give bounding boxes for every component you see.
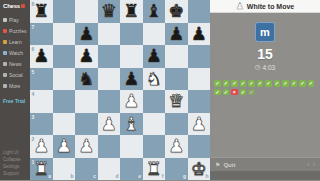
square-b6[interactable] bbox=[53, 45, 76, 68]
sidebar-item-free-trial[interactable]: Free Trial bbox=[3, 98, 28, 104]
white-king[interactable]: ♚ bbox=[188, 158, 211, 181]
black-pawn[interactable]: ♟ bbox=[75, 45, 98, 68]
square-h5[interactable] bbox=[188, 68, 211, 91]
square-a2[interactable]: 2♟ bbox=[30, 135, 53, 158]
result-correct-icon: ✓ bbox=[240, 89, 247, 96]
square-b4[interactable] bbox=[53, 90, 76, 113]
square-a1[interactable]: 1a♜ bbox=[30, 158, 53, 181]
white-pawn[interactable]: ♟ bbox=[98, 113, 121, 136]
sidebar-item-label: Watch bbox=[9, 50, 23, 56]
square-h7[interactable]: ♟ bbox=[188, 23, 211, 46]
sidebar-item-watch[interactable]: Watch bbox=[3, 49, 28, 56]
results-row-2: ✓✓×✓✓ bbox=[214, 89, 316, 96]
result-correct-icon: ✓ bbox=[265, 80, 272, 87]
square-d3[interactable]: ♟ bbox=[98, 113, 121, 136]
square-g4[interactable]: ♛ bbox=[165, 90, 188, 113]
black-pawn[interactable]: ♟ bbox=[75, 23, 98, 46]
flag-icon: ⚑ bbox=[215, 161, 220, 168]
sidebar-item-learn[interactable]: Learn bbox=[3, 38, 28, 45]
black-pawn[interactable]: ♟ bbox=[120, 68, 143, 91]
chesscom-logo[interactable]: Chess bbox=[3, 3, 28, 9]
white-bishop[interactable]: ♝ bbox=[120, 113, 143, 136]
result-correct-icon: ✓ bbox=[274, 80, 281, 87]
puzzles-icon bbox=[3, 29, 7, 33]
black-rook[interactable]: ♜ bbox=[30, 0, 53, 23]
panel-bottom-strip bbox=[210, 171, 320, 180]
square-h2[interactable] bbox=[188, 135, 211, 158]
square-e2[interactable] bbox=[120, 135, 143, 158]
white-pawn[interactable]: ♟ bbox=[188, 113, 211, 136]
square-b5[interactable] bbox=[53, 68, 76, 91]
black-pawn[interactable]: ♟ bbox=[143, 45, 166, 68]
square-e1[interactable]: e bbox=[120, 158, 143, 181]
square-g6[interactable] bbox=[165, 45, 188, 68]
square-e8[interactable]: ♜ bbox=[120, 0, 143, 23]
square-e3[interactable]: ♝ bbox=[120, 113, 143, 136]
square-c4[interactable] bbox=[75, 90, 98, 113]
sidebar-footer: Light UICollapseSettingsSupport bbox=[3, 150, 28, 176]
sidebar-footer-item-support[interactable]: Support bbox=[3, 171, 28, 176]
square-a3[interactable]: 3 bbox=[30, 113, 53, 136]
square-a4[interactable]: 4 bbox=[30, 90, 53, 113]
file-label-g: g bbox=[183, 173, 186, 179]
square-b3[interactable] bbox=[53, 113, 76, 136]
square-g3[interactable] bbox=[165, 113, 188, 136]
result-correct-icon: ✓ bbox=[214, 89, 221, 96]
square-a7[interactable]: 7 bbox=[30, 23, 53, 46]
sidebar-item-label: Social bbox=[9, 72, 23, 78]
rank-label-7: 7 bbox=[32, 24, 35, 30]
square-f7[interactable] bbox=[143, 23, 166, 46]
learn-icon bbox=[3, 40, 7, 44]
news-icon bbox=[3, 62, 7, 66]
black-bishop[interactable]: ♝ bbox=[143, 0, 166, 23]
panel-footer: ⚑ Quit ‹ › bbox=[210, 157, 320, 171]
square-e6[interactable] bbox=[120, 45, 143, 68]
result-correct-icon: ✓ bbox=[240, 80, 247, 87]
result-correct-icon: ✓ bbox=[214, 80, 221, 87]
square-e5[interactable]: ♟ bbox=[120, 68, 143, 91]
square-c6[interactable]: ♟ bbox=[75, 45, 98, 68]
sidebar-item-puzzles[interactable]: Puzzles bbox=[3, 27, 28, 34]
square-e4[interactable]: ♟ bbox=[120, 90, 143, 113]
file-label-e: e bbox=[138, 173, 141, 179]
white-pawn[interactable]: ♟ bbox=[30, 135, 53, 158]
results-grid: ✓✓✓✓✓✓✓✓✓✓✓✓ ✓✓×✓✓ bbox=[214, 80, 316, 95]
rank-label-4: 4 bbox=[32, 91, 35, 97]
white-pawn[interactable]: ♟ bbox=[120, 90, 143, 113]
sidebar-item-label: Puzzles bbox=[9, 28, 27, 34]
logo-text: Chess bbox=[3, 3, 20, 9]
square-f4[interactable] bbox=[143, 90, 166, 113]
result-correct-icon: ✓ bbox=[291, 80, 298, 87]
square-f5[interactable]: ♞ bbox=[143, 68, 166, 91]
sidebar-item-label: News bbox=[9, 61, 22, 67]
social-icon bbox=[3, 73, 7, 77]
sidebar-item-play[interactable]: Play bbox=[3, 16, 28, 23]
square-d6[interactable] bbox=[98, 45, 121, 68]
clock-icon: ◷ bbox=[255, 63, 261, 71]
square-d2[interactable] bbox=[98, 135, 121, 158]
sidebar-item-label: Learn bbox=[9, 39, 22, 45]
sidebar-footer-item-collapse[interactable]: Collapse bbox=[3, 157, 28, 162]
square-c3[interactable] bbox=[75, 113, 98, 136]
sidebar: Chess PlayPuzzlesLearnWatchNewsSocialMor… bbox=[0, 0, 30, 180]
white-pawn[interactable]: ♟ bbox=[75, 135, 98, 158]
results-row-1: ✓✓✓✓✓✓✓✓✓✓✓✓ bbox=[214, 80, 316, 87]
result-incorrect-icon: × bbox=[231, 89, 238, 96]
square-b2[interactable]: ♟ bbox=[53, 135, 76, 158]
sidebar-item-label: Play bbox=[9, 17, 19, 23]
white-pawn-icon: ♟ bbox=[236, 2, 244, 11]
square-g8[interactable]: ♚ bbox=[165, 0, 188, 23]
sidebar-item-news[interactable]: News bbox=[3, 60, 28, 67]
square-g7[interactable]: ♟ bbox=[165, 23, 188, 46]
move-indicator-bar: ♟ White to Move bbox=[210, 0, 320, 13]
square-d4[interactable] bbox=[98, 90, 121, 113]
square-h4[interactable] bbox=[188, 90, 211, 113]
more-icon bbox=[3, 84, 7, 88]
square-d7[interactable] bbox=[98, 23, 121, 46]
file-label-b: b bbox=[70, 173, 73, 179]
avatar[interactable]: m bbox=[255, 22, 275, 42]
sidebar-menu: PlayPuzzlesLearnWatchNewsSocialMore bbox=[3, 16, 28, 89]
square-g2[interactable]: ♟ bbox=[165, 135, 188, 158]
square-b1[interactable]: b bbox=[53, 158, 76, 181]
chess-board[interactable]: 8♜♛♜♝♚7♟♟♟6♟♟♟5♞♟♞4♟♛3♟♝♟2♟♟♟♟1a♜bcdef♜g… bbox=[30, 0, 210, 180]
square-c1[interactable]: c bbox=[75, 158, 98, 181]
sidebar-item-more[interactable]: More bbox=[3, 82, 28, 89]
black-queen[interactable]: ♛ bbox=[98, 0, 121, 23]
black-pawn[interactable]: ♟ bbox=[165, 23, 188, 46]
quit-button[interactable]: Quit bbox=[223, 162, 235, 168]
square-c7[interactable]: ♟ bbox=[75, 23, 98, 46]
file-label-d: d bbox=[115, 173, 118, 179]
square-a8[interactable]: 8♜ bbox=[30, 0, 53, 23]
play-icon bbox=[3, 18, 7, 22]
panel-main: m 15 ◷ 4:03 ✓✓✓✓✓✓✓✓✓✓✓✓ ✓✓×✓✓ bbox=[210, 13, 320, 157]
white-knight[interactable]: ♞ bbox=[143, 68, 166, 91]
result-correct-icon: ✓ bbox=[257, 80, 264, 87]
square-h8[interactable] bbox=[188, 0, 211, 23]
result-correct-icon: ✓ bbox=[308, 80, 315, 87]
black-knight[interactable]: ♞ bbox=[75, 68, 98, 91]
white-pawn[interactable]: ♟ bbox=[53, 135, 76, 158]
square-f2[interactable] bbox=[143, 135, 166, 158]
side-to-move-label: White to Move bbox=[247, 3, 294, 10]
square-b7[interactable] bbox=[53, 23, 76, 46]
result-correct-icon: ✓ bbox=[299, 80, 306, 87]
square-d8[interactable]: ♛ bbox=[98, 0, 121, 23]
result-correct-icon: ✓ bbox=[248, 80, 255, 87]
square-c8[interactable] bbox=[75, 0, 98, 23]
square-c5[interactable]: ♞ bbox=[75, 68, 98, 91]
result-correct-icon: ✓ bbox=[248, 89, 255, 96]
square-f6[interactable]: ♟ bbox=[143, 45, 166, 68]
square-f3[interactable] bbox=[143, 113, 166, 136]
white-rook[interactable]: ♜ bbox=[30, 158, 53, 181]
sidebar-footer-item-settings[interactable]: Settings bbox=[3, 164, 28, 169]
square-f1[interactable]: f♜ bbox=[143, 158, 166, 181]
square-a6[interactable]: 6♟ bbox=[30, 45, 53, 68]
square-d1[interactable]: d bbox=[98, 158, 121, 181]
result-correct-icon: ✓ bbox=[223, 80, 230, 87]
square-h6[interactable] bbox=[188, 45, 211, 68]
black-king[interactable]: ♚ bbox=[165, 0, 188, 23]
square-e7[interactable] bbox=[120, 23, 143, 46]
square-f8[interactable]: ♝ bbox=[143, 0, 166, 23]
white-queen[interactable]: ♛ bbox=[165, 90, 188, 113]
square-d5[interactable] bbox=[98, 68, 121, 91]
square-g1[interactable]: g bbox=[165, 158, 188, 181]
square-a5[interactable]: 5 bbox=[30, 68, 53, 91]
square-b8[interactable] bbox=[53, 0, 76, 23]
timer: ◷ 4:03 bbox=[255, 63, 275, 71]
black-pawn[interactable]: ♟ bbox=[188, 23, 211, 46]
square-h3[interactable]: ♟ bbox=[188, 113, 211, 136]
white-pawn[interactable]: ♟ bbox=[165, 135, 188, 158]
puzzle-score: 15 bbox=[257, 46, 273, 62]
square-h1[interactable]: h♚ bbox=[188, 158, 211, 181]
result-correct-icon: ✓ bbox=[231, 80, 238, 87]
square-c2[interactable]: ♟ bbox=[75, 135, 98, 158]
prev-move-icon[interactable]: ‹ bbox=[307, 161, 309, 169]
black-pawn[interactable]: ♟ bbox=[30, 45, 53, 68]
sidebar-footer-item-light-ui[interactable]: Light UI bbox=[3, 150, 28, 155]
puzzle-rush-panel: ♟ White to Move m 15 ◷ 4:03 ✓✓✓✓✓✓✓✓✓✓✓✓… bbox=[210, 0, 320, 180]
watch-icon bbox=[3, 51, 7, 55]
rank-label-5: 5 bbox=[32, 69, 35, 75]
square-g5[interactable] bbox=[165, 68, 188, 91]
result-correct-icon: ✓ bbox=[223, 89, 230, 96]
rank-label-3: 3 bbox=[32, 114, 35, 120]
logo-pawn-icon bbox=[21, 4, 25, 8]
white-rook[interactable]: ♜ bbox=[143, 158, 166, 181]
timer-value: 4:03 bbox=[263, 64, 276, 71]
next-move-icon[interactable]: › bbox=[313, 161, 315, 169]
black-rook[interactable]: ♜ bbox=[120, 0, 143, 23]
sidebar-item-social[interactable]: Social bbox=[3, 71, 28, 78]
file-label-c: c bbox=[93, 173, 96, 179]
sidebar-item-label: More bbox=[9, 83, 20, 89]
result-correct-icon: ✓ bbox=[282, 80, 289, 87]
